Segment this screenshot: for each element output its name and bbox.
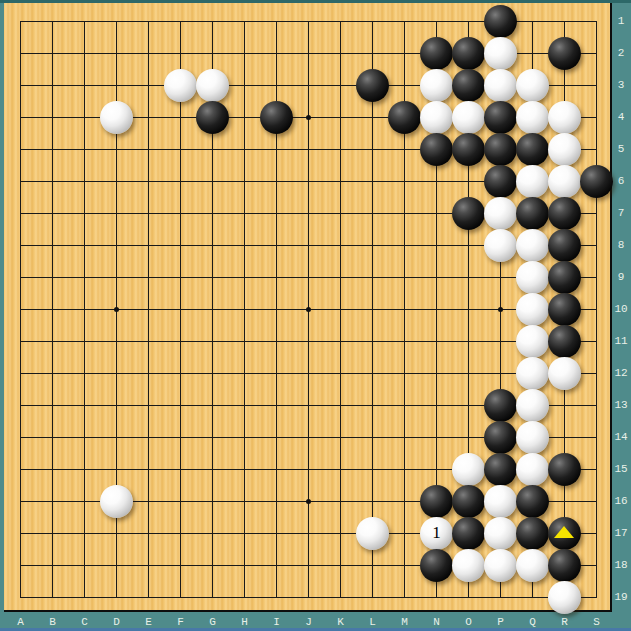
black-stone-P1[interactable] [484, 5, 517, 38]
row-label-4: 4 [611, 110, 631, 124]
black-stone-P4[interactable] [484, 101, 517, 134]
row-label-14: 14 [611, 430, 631, 444]
white-stone-Q8[interactable] [516, 229, 549, 262]
black-stone-G4[interactable] [196, 101, 229, 134]
black-stone-O7[interactable] [452, 197, 485, 230]
black-stone-R10[interactable] [548, 293, 581, 326]
star-point [114, 307, 119, 312]
grid-line-horizontal [20, 597, 597, 598]
star-point [306, 307, 311, 312]
white-stone-Q11[interactable] [516, 325, 549, 358]
white-stone-D4[interactable] [100, 101, 133, 134]
white-stone-R6[interactable] [548, 165, 581, 198]
black-stone-R7[interactable] [548, 197, 581, 230]
row-label-7: 7 [611, 206, 631, 220]
black-stone-L3[interactable] [356, 69, 389, 102]
white-stone-N3[interactable] [420, 69, 453, 102]
row-label-5: 5 [611, 142, 631, 156]
black-stone-P6[interactable] [484, 165, 517, 198]
grid-line-horizontal [20, 373, 597, 374]
white-stone-O15[interactable] [452, 453, 485, 486]
black-stone-S6[interactable] [580, 165, 613, 198]
white-stone-P8[interactable] [484, 229, 517, 262]
black-stone-O5[interactable] [452, 133, 485, 166]
white-stone-Q18[interactable] [516, 549, 549, 582]
white-stone-Q15[interactable] [516, 453, 549, 486]
row-label-16: 16 [611, 494, 631, 508]
white-stone-R19[interactable] [548, 581, 581, 614]
white-stone-Q6[interactable] [516, 165, 549, 198]
black-stone-N2[interactable] [420, 37, 453, 70]
black-stone-O17[interactable] [452, 517, 485, 550]
white-stone-R5[interactable] [548, 133, 581, 166]
white-stone-G3[interactable] [196, 69, 229, 102]
row-label-10: 10 [611, 302, 631, 316]
white-stone-Q9[interactable] [516, 261, 549, 294]
white-stone-O18[interactable] [452, 549, 485, 582]
black-stone-O16[interactable] [452, 485, 485, 518]
white-stone-P2[interactable] [484, 37, 517, 70]
white-stone-Q13[interactable] [516, 389, 549, 422]
black-stone-P14[interactable] [484, 421, 517, 454]
row-label-6: 6 [611, 174, 631, 188]
grid-line-vertical [340, 21, 341, 598]
black-stone-N16[interactable] [420, 485, 453, 518]
triangle-marker [554, 526, 574, 538]
white-stone-Q10[interactable] [516, 293, 549, 326]
black-stone-P5[interactable] [484, 133, 517, 166]
black-stone-N18[interactable] [420, 549, 453, 582]
row-label-3: 3 [611, 78, 631, 92]
go-board[interactable]: 1 [4, 3, 612, 612]
white-stone-Q12[interactable] [516, 357, 549, 390]
go-app-window: { "game": "go", "board": { "size": 19, "… [0, 0, 631, 631]
white-stone-N4[interactable] [420, 101, 453, 134]
black-stone-R11[interactable] [548, 325, 581, 358]
white-stone-L17[interactable] [356, 517, 389, 550]
black-stone-P13[interactable] [484, 389, 517, 422]
white-stone-P18[interactable] [484, 549, 517, 582]
row-label-9: 9 [611, 270, 631, 284]
white-stone-O4[interactable] [452, 101, 485, 134]
black-stone-O3[interactable] [452, 69, 485, 102]
white-stone-P7[interactable] [484, 197, 517, 230]
black-stone-O2[interactable] [452, 37, 485, 70]
star-point [498, 307, 503, 312]
row-label-1: 1 [611, 14, 631, 28]
white-stone-Q3[interactable] [516, 69, 549, 102]
black-stone-I4[interactable] [260, 101, 293, 134]
black-stone-R2[interactable] [548, 37, 581, 70]
row-label-17: 17 [611, 526, 631, 540]
grid-line-vertical [372, 21, 373, 598]
white-stone-P16[interactable] [484, 485, 517, 518]
grid-line-vertical [596, 21, 597, 598]
black-stone-R8[interactable] [548, 229, 581, 262]
move-number-label: 1 [420, 516, 453, 549]
black-stone-N5[interactable] [420, 133, 453, 166]
row-label-12: 12 [611, 366, 631, 380]
row-label-11: 11 [611, 334, 631, 348]
white-stone-P3[interactable] [484, 69, 517, 102]
black-stone-Q17[interactable] [516, 517, 549, 550]
white-stone-P17[interactable] [484, 517, 517, 550]
row-label-19: 19 [611, 590, 631, 604]
row-label-15: 15 [611, 462, 631, 476]
white-stone-D16[interactable] [100, 485, 133, 518]
white-stone-R12[interactable] [548, 357, 581, 390]
black-stone-Q7[interactable] [516, 197, 549, 230]
black-stone-R9[interactable] [548, 261, 581, 294]
row-label-18: 18 [611, 558, 631, 572]
black-stone-R15[interactable] [548, 453, 581, 486]
black-stone-M4[interactable] [388, 101, 421, 134]
white-stone-Q4[interactable] [516, 101, 549, 134]
black-stone-P15[interactable] [484, 453, 517, 486]
white-stone-F3[interactable] [164, 69, 197, 102]
star-point [306, 499, 311, 504]
row-label-8: 8 [611, 238, 631, 252]
black-stone-R18[interactable] [548, 549, 581, 582]
star-point [306, 115, 311, 120]
white-stone-R4[interactable] [548, 101, 581, 134]
black-stone-Q16[interactable] [516, 485, 549, 518]
black-stone-Q5[interactable] [516, 133, 549, 166]
grid-line-horizontal [20, 341, 597, 342]
row-label-13: 13 [611, 398, 631, 412]
row-label-2: 2 [611, 46, 631, 60]
white-stone-Q14[interactable] [516, 421, 549, 454]
